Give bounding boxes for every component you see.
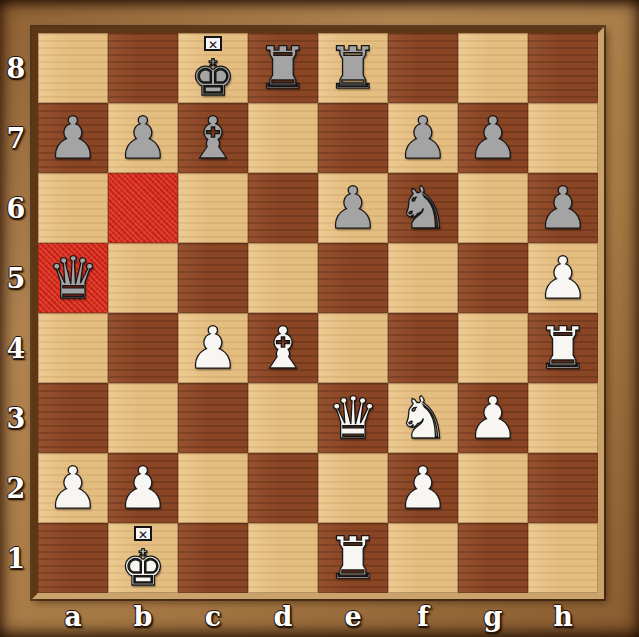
square-c4[interactable]: ♟ (178, 313, 248, 383)
square-d5[interactable] (248, 243, 318, 313)
square-g7[interactable]: ♟ (458, 103, 528, 173)
piece-black-pawn[interactable]: ♟ (397, 103, 449, 173)
square-b8[interactable] (108, 33, 178, 103)
rank-label-8: 8 (0, 33, 32, 103)
king-marker-icon: ✕ (134, 526, 152, 541)
square-d4[interactable]: ♝ (248, 313, 318, 383)
square-g3[interactable]: ♟ (458, 383, 528, 453)
piece-white-king[interactable]: ♚ (121, 539, 166, 597)
square-e1[interactable]: ♜ (318, 523, 388, 593)
piece-black-pawn[interactable]: ♟ (467, 103, 519, 173)
square-b2[interactable]: ♟ (108, 453, 178, 523)
square-h3[interactable] (528, 383, 598, 453)
piece-white-pawn[interactable]: ♟ (117, 453, 169, 523)
board-frame: ✕♚♜♜♟♟♝♟♟♟♞♟♛♟♟♝♜♛♞♟♟♟♟✕♚♜ (32, 27, 604, 599)
square-b6[interactable] (108, 173, 178, 243)
square-d6[interactable] (248, 173, 318, 243)
piece-black-pawn[interactable]: ♟ (47, 103, 99, 173)
rank-label-5: 5 (0, 243, 32, 313)
square-a5[interactable]: ♛ (38, 243, 108, 313)
piece-white-knight[interactable]: ♞ (397, 383, 449, 453)
square-a4[interactable] (38, 313, 108, 383)
square-g5[interactable] (458, 243, 528, 313)
square-h2[interactable] (528, 453, 598, 523)
rank-label-1: 1 (0, 523, 32, 593)
square-h7[interactable] (528, 103, 598, 173)
piece-black-rook[interactable]: ♜ (327, 33, 379, 103)
square-b4[interactable] (108, 313, 178, 383)
square-c1[interactable] (178, 523, 248, 593)
square-c8[interactable]: ✕♚ (178, 33, 248, 103)
rank-label-6: 6 (0, 173, 32, 243)
piece-white-rook[interactable]: ♜ (537, 313, 589, 383)
square-e6[interactable]: ♟ (318, 173, 388, 243)
square-a6[interactable] (38, 173, 108, 243)
piece-white-pawn[interactable]: ♟ (187, 313, 239, 383)
square-c6[interactable] (178, 173, 248, 243)
square-g8[interactable] (458, 33, 528, 103)
square-b7[interactable]: ♟ (108, 103, 178, 173)
square-e8[interactable]: ♜ (318, 33, 388, 103)
piece-white-rook[interactable]: ♜ (327, 523, 379, 593)
square-g4[interactable] (458, 313, 528, 383)
piece-black-pawn[interactable]: ♟ (117, 103, 169, 173)
square-f8[interactable] (388, 33, 458, 103)
square-h5[interactable]: ♟ (528, 243, 598, 313)
square-b5[interactable] (108, 243, 178, 313)
square-b1[interactable]: ✕♚ (108, 523, 178, 593)
square-d7[interactable] (248, 103, 318, 173)
square-a3[interactable] (38, 383, 108, 453)
square-c3[interactable] (178, 383, 248, 453)
square-d1[interactable] (248, 523, 318, 593)
piece-white-pawn[interactable]: ♟ (397, 453, 449, 523)
square-e5[interactable] (318, 243, 388, 313)
square-b3[interactable] (108, 383, 178, 453)
rank-label-2: 2 (0, 453, 32, 523)
square-h1[interactable] (528, 523, 598, 593)
piece-white-pawn[interactable]: ♟ (47, 453, 99, 523)
square-a2[interactable]: ♟ (38, 453, 108, 523)
square-g2[interactable] (458, 453, 528, 523)
rank-label-4: 4 (0, 313, 32, 383)
file-label-g: g (458, 598, 528, 634)
piece-white-bishop[interactable]: ♝ (257, 313, 309, 383)
square-f4[interactable] (388, 313, 458, 383)
piece-black-pawn[interactable]: ♟ (537, 173, 589, 243)
file-label-f: f (388, 598, 458, 634)
piece-black-king[interactable]: ♚ (191, 49, 236, 107)
square-h4[interactable]: ♜ (528, 313, 598, 383)
file-label-d: d (248, 598, 318, 634)
rank-label-7: 7 (0, 103, 32, 173)
square-g1[interactable] (458, 523, 528, 593)
board-grid: ✕♚♜♜♟♟♝♟♟♟♞♟♛♟♟♝♜♛♞♟♟♟♟✕♚♜ (38, 33, 598, 593)
square-e4[interactable] (318, 313, 388, 383)
square-f2[interactable]: ♟ (388, 453, 458, 523)
king-marker-icon: ✕ (204, 36, 222, 51)
file-label-c: c (178, 598, 248, 634)
square-f7[interactable]: ♟ (388, 103, 458, 173)
square-c2[interactable] (178, 453, 248, 523)
piece-white-queen[interactable]: ♛ (327, 383, 379, 453)
square-h6[interactable]: ♟ (528, 173, 598, 243)
square-a7[interactable]: ♟ (38, 103, 108, 173)
file-label-b: b (108, 598, 178, 634)
square-g6[interactable] (458, 173, 528, 243)
square-e7[interactable] (318, 103, 388, 173)
piece-black-bishop[interactable]: ♝ (187, 103, 239, 173)
square-c5[interactable] (178, 243, 248, 313)
piece-black-rook[interactable]: ♜ (257, 33, 309, 103)
square-f6[interactable]: ♞ (388, 173, 458, 243)
square-d2[interactable] (248, 453, 318, 523)
square-e3[interactable]: ♛ (318, 383, 388, 453)
file-label-a: a (38, 598, 108, 634)
square-h8[interactable] (528, 33, 598, 103)
file-label-e: e (318, 598, 388, 634)
rank-labels: 87654321 (0, 33, 32, 593)
piece-white-pawn[interactable]: ♟ (537, 243, 589, 313)
square-f1[interactable] (388, 523, 458, 593)
square-d8[interactable]: ♜ (248, 33, 318, 103)
square-d3[interactable] (248, 383, 318, 453)
piece-black-queen[interactable]: ♛ (47, 243, 99, 313)
piece-white-pawn[interactable]: ♟ (467, 383, 519, 453)
square-f3[interactable]: ♞ (388, 383, 458, 453)
square-e2[interactable] (318, 453, 388, 523)
square-a8[interactable] (38, 33, 108, 103)
piece-black-knight[interactable]: ♞ (397, 173, 449, 243)
chess-app: 87654321 ✕♚♜♜♟♟♝♟♟♟♞♟♛♟♟♝♜♛♞♟♟♟♟✕♚♜ abcd… (0, 0, 639, 637)
square-a1[interactable] (38, 523, 108, 593)
file-labels: abcdefgh (38, 598, 598, 634)
file-label-h: h (528, 598, 598, 634)
square-c7[interactable]: ♝ (178, 103, 248, 173)
piece-black-pawn[interactable]: ♟ (327, 173, 379, 243)
square-f5[interactable] (388, 243, 458, 313)
rank-label-3: 3 (0, 383, 32, 453)
